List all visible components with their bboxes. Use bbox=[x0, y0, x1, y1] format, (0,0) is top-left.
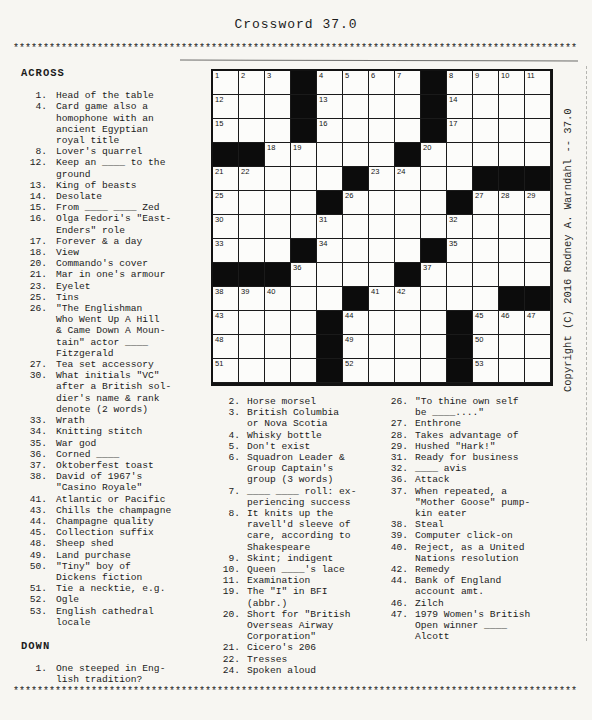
scanned-crossword-page: Crossword 37.0 *************************… bbox=[0, 0, 592, 720]
cell-r9c5[interactable] bbox=[317, 263, 343, 287]
cell-r13c12[interactable] bbox=[499, 359, 525, 383]
cell-r8c7[interactable] bbox=[369, 239, 395, 263]
cell-r9c12[interactable] bbox=[499, 263, 525, 287]
cell-r10c3[interactable]: 40 bbox=[265, 287, 291, 311]
cell-r2c11[interactable] bbox=[473, 95, 499, 119]
clue-text: When repeated, a "Mother Goose" pump- ki… bbox=[415, 486, 530, 520]
cell-r7c7[interactable] bbox=[369, 215, 395, 239]
cell-r10c7[interactable]: 41 bbox=[369, 287, 395, 311]
cell-number-14: 14 bbox=[449, 95, 457, 105]
clue-23: 23.Eyelet bbox=[21, 281, 215, 292]
cell-r7c11[interactable] bbox=[473, 215, 499, 239]
clue-44: 44.Champagne quality bbox=[21, 516, 215, 527]
clue-text: King of beasts bbox=[56, 180, 137, 191]
cell-r3c5[interactable]: 16 bbox=[317, 119, 343, 143]
cell-r10c10[interactable] bbox=[447, 287, 473, 311]
black-cell-r6c10 bbox=[447, 191, 473, 215]
clue-number: 34. bbox=[21, 426, 47, 437]
cell-r6c1[interactable]: 25 bbox=[213, 191, 239, 215]
cell-r12c6[interactable]: 49 bbox=[343, 335, 369, 359]
clue-number: 29. bbox=[384, 441, 408, 452]
cell-r5c2[interactable]: 22 bbox=[239, 167, 265, 191]
cell-number-48: 48 bbox=[215, 335, 223, 345]
clue-number: 50. bbox=[21, 561, 47, 572]
cell-number-25: 25 bbox=[215, 191, 223, 201]
cell-number-19: 19 bbox=[293, 143, 301, 153]
clue-number: 52. bbox=[21, 594, 47, 605]
clue-number: 38. bbox=[384, 519, 408, 530]
cell-r11c12[interactable]: 46 bbox=[499, 311, 525, 335]
cell-r5c8[interactable]: 24 bbox=[395, 167, 421, 191]
black-cell-r4c1 bbox=[213, 143, 239, 167]
clue-13: 13.King of beasts bbox=[21, 180, 215, 191]
black-cell-r9c2 bbox=[239, 263, 265, 287]
clue-41: 41.Atlantic or Pacific bbox=[21, 494, 215, 505]
cell-r11c9[interactable] bbox=[421, 311, 447, 335]
black-cell-r5c12 bbox=[499, 167, 525, 191]
cell-number-34: 34 bbox=[319, 239, 327, 249]
cell-r8c1[interactable]: 33 bbox=[213, 239, 239, 263]
black-cell-r5c11 bbox=[473, 167, 499, 191]
clue-38: 38.Steal bbox=[384, 519, 580, 530]
cell-r10c9[interactable] bbox=[421, 287, 447, 311]
clue-25: 25.Tins bbox=[21, 292, 215, 303]
clue-16: 16.Olga Fedori's "East- Enders" role bbox=[21, 213, 215, 235]
cell-r8c8[interactable] bbox=[395, 239, 421, 263]
clue-44: 44.Bank of England account amt. bbox=[384, 575, 580, 597]
cell-r4c13[interactable] bbox=[525, 143, 551, 167]
cell-number-18: 18 bbox=[267, 143, 275, 153]
cell-r12c11[interactable]: 50 bbox=[473, 335, 499, 359]
clue-text: It knits up the ravell'd sleeve of care,… bbox=[247, 508, 351, 553]
cell-r4c9[interactable]: 20 bbox=[421, 143, 447, 167]
cell-r7c12[interactable] bbox=[499, 215, 525, 239]
clue-text: Queen ____'s lace bbox=[247, 564, 345, 575]
clue-text: Cicero's 206 bbox=[247, 642, 316, 653]
cell-r9c10[interactable] bbox=[447, 263, 473, 287]
cell-r12c8[interactable] bbox=[395, 335, 421, 359]
cell-number-43: 43 bbox=[215, 311, 223, 321]
cell-r12c12[interactable] bbox=[499, 335, 525, 359]
cell-r9c4[interactable]: 36 bbox=[291, 263, 317, 287]
clue-37: 37.Oktoberfest toast bbox=[21, 460, 215, 471]
cell-r1c10[interactable]: 8 bbox=[447, 71, 473, 95]
cell-r12c4[interactable] bbox=[291, 335, 317, 359]
clue-text: Olga Fedori's "East- Enders" role bbox=[56, 213, 171, 235]
clue-text: Hushed "Hark!" bbox=[415, 441, 496, 452]
cell-r3c6[interactable] bbox=[343, 119, 369, 143]
cell-r13c3[interactable] bbox=[265, 359, 291, 383]
cell-r12c7[interactable] bbox=[369, 335, 395, 359]
cell-r2c2[interactable] bbox=[239, 95, 265, 119]
cell-r12c2[interactable] bbox=[239, 335, 265, 359]
clue-text: Chills the champagne bbox=[56, 505, 171, 516]
clue-text: Land purchase bbox=[56, 550, 131, 561]
cell-r11c13[interactable]: 47 bbox=[525, 311, 551, 335]
black-cell-r11c10 bbox=[447, 311, 473, 335]
cell-r2c10[interactable]: 14 bbox=[447, 95, 473, 119]
clue-number: 9. bbox=[216, 553, 240, 564]
cell-r9c11[interactable] bbox=[473, 263, 499, 287]
cell-number-12: 12 bbox=[215, 95, 223, 105]
cell-r5c9[interactable] bbox=[421, 167, 447, 191]
cell-number-45: 45 bbox=[475, 311, 483, 321]
cell-number-38: 38 bbox=[215, 287, 223, 297]
cell-r10c1[interactable]: 38 bbox=[213, 287, 239, 311]
clue-number: 14. bbox=[21, 191, 47, 202]
cell-r13c13[interactable] bbox=[525, 359, 551, 383]
cell-number-41: 41 bbox=[371, 287, 379, 297]
clue-text: "Tiny" boy of Dickens fiction bbox=[56, 561, 142, 583]
cell-r1c8[interactable]: 7 bbox=[395, 71, 421, 95]
cell-r11c8[interactable] bbox=[395, 311, 421, 335]
black-cell-r12c5 bbox=[317, 335, 343, 359]
cell-r6c11[interactable]: 27 bbox=[473, 191, 499, 215]
cell-r6c9[interactable] bbox=[421, 191, 447, 215]
cell-number-3: 3 bbox=[267, 71, 271, 81]
cell-r5c4[interactable] bbox=[291, 167, 317, 191]
black-cell-r11c5 bbox=[317, 311, 343, 335]
clue-number: 7. bbox=[216, 486, 240, 497]
cell-r1c7[interactable]: 6 bbox=[369, 71, 395, 95]
cell-number-42: 42 bbox=[397, 287, 405, 297]
cell-r5c5[interactable] bbox=[317, 167, 343, 191]
cell-r4c3[interactable]: 18 bbox=[265, 143, 291, 167]
cell-number-35: 35 bbox=[449, 239, 457, 249]
cell-r2c12[interactable] bbox=[499, 95, 525, 119]
cell-number-6: 6 bbox=[371, 71, 375, 81]
cell-r7c13[interactable] bbox=[525, 215, 551, 239]
cell-number-26: 26 bbox=[345, 191, 353, 201]
clue-33: 33.Wrath bbox=[21, 415, 215, 426]
cell-r7c6[interactable] bbox=[343, 215, 369, 239]
clue-text: British Columbia or Nova Scotia bbox=[247, 407, 339, 429]
clue-text: Keep an ____ to the ground bbox=[56, 157, 165, 179]
clue-text: Commando's cover bbox=[56, 258, 148, 269]
cell-r9c13[interactable] bbox=[525, 263, 551, 287]
clue-text: Ogle bbox=[56, 594, 79, 605]
cell-r13c7[interactable] bbox=[369, 359, 395, 383]
cell-number-31: 31 bbox=[319, 215, 327, 225]
clue-50: 50."Tiny" boy of Dickens fiction bbox=[21, 561, 215, 583]
cell-r1c3[interactable]: 3 bbox=[265, 71, 291, 95]
clue-47: 47.1979 Women's British Open winner ____… bbox=[384, 609, 580, 643]
clue-53: 53.English cathedral locale bbox=[21, 606, 215, 628]
clue-number: 38. bbox=[21, 471, 47, 482]
cell-r4c12[interactable] bbox=[499, 143, 525, 167]
cell-number-15: 15 bbox=[215, 119, 223, 129]
cell-number-2: 2 bbox=[241, 71, 245, 81]
clue-21: 21.Mar in one's armour bbox=[21, 269, 215, 280]
clue-number: 22. bbox=[216, 654, 240, 665]
clue-number: 4. bbox=[216, 430, 240, 441]
black-cell-r13c10 bbox=[447, 359, 473, 383]
cell-r7c4[interactable] bbox=[291, 215, 317, 239]
cell-r7c3[interactable] bbox=[265, 215, 291, 239]
cell-r8c11[interactable] bbox=[473, 239, 499, 263]
clue-27: 27.Enthrone bbox=[384, 418, 580, 429]
cell-r4c11[interactable] bbox=[473, 143, 499, 167]
black-cell-r12c10 bbox=[447, 335, 473, 359]
clue-31: 31.Ready for business bbox=[384, 452, 580, 463]
clue-text: Reject, as a United Nations resolution bbox=[415, 542, 524, 564]
cell-r7c9[interactable] bbox=[421, 215, 447, 239]
cell-r7c1[interactable]: 30 bbox=[213, 215, 239, 239]
cell-r5c1[interactable]: 21 bbox=[213, 167, 239, 191]
clue-number: 18. bbox=[21, 247, 47, 258]
clue-37: 37.When repeated, a "Mother Goose" pump-… bbox=[384, 486, 580, 520]
cell-r8c5[interactable]: 34 bbox=[317, 239, 343, 263]
cell-number-28: 28 bbox=[501, 191, 509, 201]
cell-r10c4[interactable] bbox=[291, 287, 317, 311]
cell-r6c7[interactable] bbox=[369, 191, 395, 215]
cell-r2c6[interactable] bbox=[343, 95, 369, 119]
clue-text: Collection suffix bbox=[56, 527, 154, 538]
clue-text: Tins bbox=[56, 292, 79, 303]
cell-r3c3[interactable] bbox=[265, 119, 291, 143]
black-cell-r2c4 bbox=[291, 95, 317, 119]
cell-r6c2[interactable] bbox=[239, 191, 265, 215]
cell-r6c6[interactable]: 26 bbox=[343, 191, 369, 215]
clue-26: 26."The Englishman Who Went Up A Hill & … bbox=[21, 303, 215, 359]
cell-r8c12[interactable] bbox=[499, 239, 525, 263]
clue-14: 14.Desolate bbox=[21, 191, 215, 202]
clue-52: 52.Ogle bbox=[21, 594, 215, 605]
cell-r3c8[interactable] bbox=[395, 119, 421, 143]
clue-number: 21. bbox=[216, 642, 240, 653]
black-cell-r4c2 bbox=[239, 143, 265, 167]
cell-r8c6[interactable] bbox=[343, 239, 369, 263]
cell-r11c2[interactable] bbox=[239, 311, 265, 335]
cell-r6c4[interactable] bbox=[291, 191, 317, 215]
clue-text: Short for "British Overseas Airway Corpo… bbox=[247, 609, 351, 643]
cell-r10c11[interactable] bbox=[473, 287, 499, 311]
cell-r8c3[interactable] bbox=[265, 239, 291, 263]
cell-number-40: 40 bbox=[267, 287, 275, 297]
cell-r4c10[interactable] bbox=[447, 143, 473, 167]
clue-number: 3. bbox=[216, 407, 240, 418]
clue-number: 37. bbox=[384, 486, 408, 497]
cell-r13c1[interactable]: 51 bbox=[213, 359, 239, 383]
clue-text: Zilch bbox=[415, 598, 444, 609]
cell-r12c9[interactable] bbox=[421, 335, 447, 359]
cell-r2c13[interactable] bbox=[525, 95, 551, 119]
clue-text: 1979 Women's British Open winner ____ Al… bbox=[415, 609, 530, 643]
cell-r3c13[interactable] bbox=[525, 119, 551, 143]
clue-text: Mar in one's armour bbox=[56, 269, 165, 280]
cell-r12c3[interactable] bbox=[265, 335, 291, 359]
clue-36: 36.Attack bbox=[384, 474, 580, 485]
cell-r1c13[interactable]: 11 bbox=[525, 71, 551, 95]
cell-r3c1[interactable]: 15 bbox=[213, 119, 239, 143]
cell-r3c7[interactable] bbox=[369, 119, 395, 143]
cell-r8c13[interactable] bbox=[525, 239, 551, 263]
cell-number-10: 10 bbox=[501, 71, 509, 81]
black-cell-r5c13 bbox=[525, 167, 551, 191]
clue-number: 43. bbox=[21, 505, 47, 516]
cell-r8c10[interactable]: 35 bbox=[447, 239, 473, 263]
cell-number-46: 46 bbox=[501, 311, 509, 321]
down-header: DOWN bbox=[21, 641, 215, 652]
cell-r11c1[interactable]: 43 bbox=[213, 311, 239, 335]
cell-r13c6[interactable]: 52 bbox=[343, 359, 369, 383]
cell-r11c4[interactable] bbox=[291, 311, 317, 335]
clue-number: 48. bbox=[21, 538, 47, 549]
cell-r3c11[interactable] bbox=[473, 119, 499, 143]
clue-number: 53. bbox=[21, 606, 47, 617]
cell-r10c2[interactable]: 39 bbox=[239, 287, 265, 311]
clue-text: Spoken aloud bbox=[247, 665, 316, 676]
cell-r5c3[interactable] bbox=[265, 167, 291, 191]
clue-number: 47. bbox=[384, 609, 408, 620]
clue-text: Ready for business bbox=[415, 452, 519, 463]
clue-number: 6. bbox=[216, 452, 240, 463]
cell-r13c2[interactable] bbox=[239, 359, 265, 383]
cell-number-37: 37 bbox=[423, 263, 431, 273]
cell-r12c13[interactable] bbox=[525, 335, 551, 359]
cell-r1c12[interactable]: 10 bbox=[499, 71, 525, 95]
cell-r1c11[interactable]: 9 bbox=[473, 71, 499, 95]
clue-text: Tea set accessory bbox=[56, 359, 154, 370]
clue-36: 36.Corned ____ bbox=[21, 449, 215, 460]
copyright-vertical-text: Copyright (C) 2016 Rodney A. Warndahl --… bbox=[562, 108, 574, 392]
cell-r4c6[interactable] bbox=[343, 143, 369, 167]
cell-r7c5[interactable]: 31 bbox=[317, 215, 343, 239]
clue-number: 49. bbox=[21, 550, 47, 561]
cell-number-32: 32 bbox=[449, 215, 457, 225]
cell-r6c12[interactable]: 28 bbox=[499, 191, 525, 215]
clue-number: 36. bbox=[384, 474, 408, 485]
clue-number: 20. bbox=[21, 258, 47, 269]
clue-29: 29.Hushed "Hark!" bbox=[384, 441, 580, 452]
clue-number: 46. bbox=[384, 598, 408, 609]
clue-text: What initials "VC" after a British sol- … bbox=[56, 370, 171, 415]
cell-r5c7[interactable]: 23 bbox=[369, 167, 395, 191]
cell-r12c1[interactable]: 48 bbox=[213, 335, 239, 359]
clue-text: Desolate bbox=[56, 191, 102, 202]
clue-text: Tresses bbox=[247, 654, 287, 665]
cell-r2c8[interactable] bbox=[395, 95, 421, 119]
cell-number-5: 5 bbox=[345, 71, 349, 81]
cell-r3c2[interactable] bbox=[239, 119, 265, 143]
cell-r1c5[interactable]: 4 bbox=[317, 71, 343, 95]
clue-35: 35.War god bbox=[21, 438, 215, 449]
cell-r7c10[interactable]: 32 bbox=[447, 215, 473, 239]
cell-r8c2[interactable] bbox=[239, 239, 265, 263]
across-clue-list: 1.Head of the table4.Card game also a ho… bbox=[21, 90, 215, 628]
black-cell-r8c9 bbox=[421, 239, 447, 263]
cell-r3c12[interactable] bbox=[499, 119, 525, 143]
cell-r5c10[interactable] bbox=[447, 167, 473, 191]
clue-7: 7.____ ____ roll: ex- periencing success bbox=[216, 486, 388, 508]
clue-number: 4. bbox=[21, 101, 47, 112]
clue-text: Remedy bbox=[415, 564, 450, 575]
cell-r9c6[interactable] bbox=[343, 263, 369, 287]
cell-number-52: 52 bbox=[345, 359, 353, 369]
clue-20: 20.Short for "British Overseas Airway Co… bbox=[216, 609, 388, 643]
clue-20: 20.Commando's cover bbox=[21, 258, 215, 269]
cell-r4c7[interactable] bbox=[369, 143, 395, 167]
cell-r1c2[interactable]: 2 bbox=[239, 71, 265, 95]
cell-number-36: 36 bbox=[293, 263, 301, 273]
black-cell-r10c6 bbox=[343, 287, 369, 311]
cell-r9c7[interactable] bbox=[369, 263, 395, 287]
clue-text: Eyelet bbox=[56, 281, 91, 292]
cell-r10c5[interactable] bbox=[317, 287, 343, 311]
cell-r13c11[interactable]: 53 bbox=[473, 359, 499, 383]
clue-text: "The Englishman Who Went Up A Hill & Cam… bbox=[56, 303, 165, 359]
clue-number: 21. bbox=[21, 269, 47, 280]
cell-r4c5[interactable] bbox=[317, 143, 343, 167]
cell-r2c7[interactable] bbox=[369, 95, 395, 119]
clue-text: The "I" in BFI (abbr.) bbox=[247, 586, 328, 608]
cell-r7c8[interactable] bbox=[395, 215, 421, 239]
cell-r7c2[interactable] bbox=[239, 215, 265, 239]
cell-r13c4[interactable] bbox=[291, 359, 317, 383]
clue-text: Horse morsel bbox=[247, 396, 316, 407]
cell-r11c3[interactable] bbox=[265, 311, 291, 335]
cell-number-33: 33 bbox=[215, 239, 223, 249]
clue-18: 18.View bbox=[21, 247, 215, 258]
cell-number-11: 11 bbox=[527, 71, 535, 81]
clue-number: 10. bbox=[216, 564, 240, 575]
clue-number: 15. bbox=[21, 202, 47, 213]
clue-text: Don't exist bbox=[247, 441, 310, 452]
down-clue-list-col1: 1.One steeped in Eng- lish tradition? bbox=[21, 663, 215, 685]
cell-number-22: 22 bbox=[241, 167, 249, 177]
divider-asterisks-top: ****************************************… bbox=[13, 43, 579, 54]
clue-text: Corned ____ bbox=[56, 449, 119, 460]
cell-r2c3[interactable] bbox=[265, 95, 291, 119]
clue-number: 26. bbox=[21, 303, 47, 314]
cell-number-1: 1 bbox=[215, 71, 219, 81]
cell-r10c8[interactable]: 42 bbox=[395, 287, 421, 311]
clue-5: 5.Don't exist bbox=[216, 441, 388, 452]
scan-artifact-line bbox=[180, 59, 578, 61]
cell-r9c9[interactable]: 37 bbox=[421, 263, 447, 287]
cell-number-21: 21 bbox=[215, 167, 223, 177]
cell-r6c13[interactable]: 29 bbox=[525, 191, 551, 215]
cell-r11c7[interactable] bbox=[369, 311, 395, 335]
cell-r4c4[interactable]: 19 bbox=[291, 143, 317, 167]
black-cell-r3c4 bbox=[291, 119, 317, 143]
clue-number: 12. bbox=[21, 157, 47, 168]
cell-r13c9[interactable] bbox=[421, 359, 447, 383]
clue-42: 42.Remedy bbox=[384, 564, 580, 575]
cell-r1c6[interactable]: 5 bbox=[343, 71, 369, 95]
cell-r2c1[interactable]: 12 bbox=[213, 95, 239, 119]
clue-number: 8. bbox=[216, 508, 240, 519]
cell-r1c1[interactable]: 1 bbox=[213, 71, 239, 95]
cell-r11c6[interactable]: 44 bbox=[343, 311, 369, 335]
clue-11: 11.Examination bbox=[216, 575, 388, 586]
clue-28: 28.Takes advantage of bbox=[384, 430, 580, 441]
cell-r6c3[interactable] bbox=[265, 191, 291, 215]
cell-r13c8[interactable] bbox=[395, 359, 421, 383]
clue-text: Knitting stitch bbox=[56, 426, 142, 437]
cell-r3c10[interactable]: 17 bbox=[447, 119, 473, 143]
black-cell-r10c12 bbox=[499, 287, 525, 311]
cell-r6c8[interactable] bbox=[395, 191, 421, 215]
clue-text: Wrath bbox=[56, 415, 85, 426]
clue-10: 10.Queen ____'s lace bbox=[216, 564, 388, 575]
clue-text: From ____ ____ Zed bbox=[56, 202, 160, 213]
cell-r11c11[interactable]: 45 bbox=[473, 311, 499, 335]
clue-text: Attack bbox=[415, 474, 450, 485]
clue-number: 51. bbox=[21, 583, 47, 594]
cell-r2c5[interactable]: 13 bbox=[317, 95, 343, 119]
clue-number: 23. bbox=[21, 281, 47, 292]
